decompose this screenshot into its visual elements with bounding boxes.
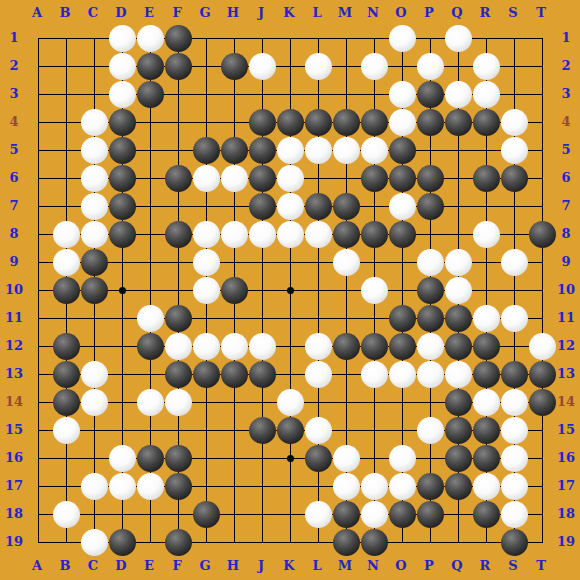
intersection-L12[interactable] — [304, 332, 332, 360]
intersection-A6[interactable] — [24, 164, 52, 192]
intersection-Q1[interactable] — [444, 24, 472, 52]
intersection-C1[interactable] — [80, 24, 108, 52]
intersection-S7[interactable] — [500, 192, 528, 220]
intersection-K7[interactable] — [276, 192, 304, 220]
intersection-R4[interactable] — [472, 108, 500, 136]
intersection-M1[interactable] — [332, 24, 360, 52]
intersection-O13[interactable] — [388, 360, 416, 388]
intersection-O16[interactable] — [388, 444, 416, 472]
intersection-A11[interactable] — [24, 304, 52, 332]
intersection-D5[interactable] — [108, 136, 136, 164]
intersection-R12[interactable] — [472, 332, 500, 360]
intersection-J2[interactable] — [248, 52, 276, 80]
intersection-D19[interactable] — [108, 528, 136, 556]
intersection-G13[interactable] — [192, 360, 220, 388]
intersection-N8[interactable] — [360, 220, 388, 248]
intersection-C14[interactable] — [80, 388, 108, 416]
intersection-N3[interactable] — [360, 80, 388, 108]
go-board[interactable]: ABCDEFGHJKLMNOPQRST ABCDEFGHJKLMNOPQRST … — [0, 0, 580, 580]
intersection-T7[interactable] — [528, 192, 556, 220]
intersection-O15[interactable] — [388, 416, 416, 444]
intersection-F1[interactable] — [164, 24, 192, 52]
intersection-C17[interactable] — [80, 472, 108, 500]
intersection-E5[interactable] — [136, 136, 164, 164]
intersection-H16[interactable] — [220, 444, 248, 472]
intersection-F2[interactable] — [164, 52, 192, 80]
intersection-H15[interactable] — [220, 416, 248, 444]
intersection-C19[interactable] — [80, 528, 108, 556]
intersection-K2[interactable] — [276, 52, 304, 80]
intersection-C3[interactable] — [80, 80, 108, 108]
intersection-B8[interactable] — [52, 220, 80, 248]
intersection-F11[interactable] — [164, 304, 192, 332]
intersection-L5[interactable] — [304, 136, 332, 164]
intersection-F13[interactable] — [164, 360, 192, 388]
intersection-D14[interactable] — [108, 388, 136, 416]
intersection-D12[interactable] — [108, 332, 136, 360]
intersection-H2[interactable] — [220, 52, 248, 80]
intersection-R2[interactable] — [472, 52, 500, 80]
intersection-M19[interactable] — [332, 528, 360, 556]
intersection-D15[interactable] — [108, 416, 136, 444]
intersection-B17[interactable] — [52, 472, 80, 500]
intersection-F19[interactable] — [164, 528, 192, 556]
intersection-F10[interactable] — [164, 276, 192, 304]
intersection-S17[interactable] — [500, 472, 528, 500]
intersection-L16[interactable] — [304, 444, 332, 472]
intersection-J18[interactable] — [248, 500, 276, 528]
intersection-K19[interactable] — [276, 528, 304, 556]
intersection-N10[interactable] — [360, 276, 388, 304]
intersection-N15[interactable] — [360, 416, 388, 444]
intersection-M2[interactable] — [332, 52, 360, 80]
intersection-B2[interactable] — [52, 52, 80, 80]
intersection-Q8[interactable] — [444, 220, 472, 248]
intersection-D18[interactable] — [108, 500, 136, 528]
intersection-Q5[interactable] — [444, 136, 472, 164]
intersection-D11[interactable] — [108, 304, 136, 332]
intersection-S19[interactable] — [500, 528, 528, 556]
intersection-K5[interactable] — [276, 136, 304, 164]
intersection-M6[interactable] — [332, 164, 360, 192]
intersection-J8[interactable] — [248, 220, 276, 248]
intersection-Q11[interactable] — [444, 304, 472, 332]
intersection-D2[interactable] — [108, 52, 136, 80]
intersection-G10[interactable] — [192, 276, 220, 304]
intersection-B15[interactable] — [52, 416, 80, 444]
intersection-Q3[interactable] — [444, 80, 472, 108]
intersection-H18[interactable] — [220, 500, 248, 528]
intersection-A9[interactable] — [24, 248, 52, 276]
intersection-M3[interactable] — [332, 80, 360, 108]
intersection-O1[interactable] — [388, 24, 416, 52]
intersection-D6[interactable] — [108, 164, 136, 192]
intersection-B6[interactable] — [52, 164, 80, 192]
intersection-T16[interactable] — [528, 444, 556, 472]
intersection-E17[interactable] — [136, 472, 164, 500]
intersection-E15[interactable] — [136, 416, 164, 444]
intersection-Q16[interactable] — [444, 444, 472, 472]
intersection-A16[interactable] — [24, 444, 52, 472]
intersection-M12[interactable] — [332, 332, 360, 360]
intersection-J12[interactable] — [248, 332, 276, 360]
intersection-J14[interactable] — [248, 388, 276, 416]
intersection-N5[interactable] — [360, 136, 388, 164]
intersection-M18[interactable] — [332, 500, 360, 528]
intersection-S11[interactable] — [500, 304, 528, 332]
intersection-C7[interactable] — [80, 192, 108, 220]
intersection-E10[interactable] — [136, 276, 164, 304]
intersection-M4[interactable] — [332, 108, 360, 136]
intersection-T6[interactable] — [528, 164, 556, 192]
intersection-C16[interactable] — [80, 444, 108, 472]
intersection-D10[interactable] — [108, 276, 136, 304]
intersection-F14[interactable] — [164, 388, 192, 416]
intersection-F17[interactable] — [164, 472, 192, 500]
intersection-F4[interactable] — [164, 108, 192, 136]
intersection-K8[interactable] — [276, 220, 304, 248]
intersection-E4[interactable] — [136, 108, 164, 136]
intersection-E14[interactable] — [136, 388, 164, 416]
intersection-F3[interactable] — [164, 80, 192, 108]
intersection-O8[interactable] — [388, 220, 416, 248]
intersection-F5[interactable] — [164, 136, 192, 164]
intersection-G3[interactable] — [192, 80, 220, 108]
intersection-K11[interactable] — [276, 304, 304, 332]
intersection-L7[interactable] — [304, 192, 332, 220]
intersection-T3[interactable] — [528, 80, 556, 108]
intersection-S10[interactable] — [500, 276, 528, 304]
intersection-M17[interactable] — [332, 472, 360, 500]
intersection-A1[interactable] — [24, 24, 52, 52]
intersection-L1[interactable] — [304, 24, 332, 52]
intersection-L18[interactable] — [304, 500, 332, 528]
intersection-O12[interactable] — [388, 332, 416, 360]
intersection-H3[interactable] — [220, 80, 248, 108]
intersection-A7[interactable] — [24, 192, 52, 220]
intersection-D9[interactable] — [108, 248, 136, 276]
intersection-S9[interactable] — [500, 248, 528, 276]
intersection-E9[interactable] — [136, 248, 164, 276]
intersection-P2[interactable] — [416, 52, 444, 80]
intersection-H1[interactable] — [220, 24, 248, 52]
intersection-H8[interactable] — [220, 220, 248, 248]
intersection-S3[interactable] — [500, 80, 528, 108]
intersection-M15[interactable] — [332, 416, 360, 444]
intersection-T9[interactable] — [528, 248, 556, 276]
intersection-P5[interactable] — [416, 136, 444, 164]
intersection-S13[interactable] — [500, 360, 528, 388]
intersection-C15[interactable] — [80, 416, 108, 444]
intersection-F15[interactable] — [164, 416, 192, 444]
intersection-N13[interactable] — [360, 360, 388, 388]
intersection-B1[interactable] — [52, 24, 80, 52]
intersection-J5[interactable] — [248, 136, 276, 164]
intersection-L10[interactable] — [304, 276, 332, 304]
intersection-B4[interactable] — [52, 108, 80, 136]
intersection-T19[interactable] — [528, 528, 556, 556]
intersection-A18[interactable] — [24, 500, 52, 528]
intersection-S15[interactable] — [500, 416, 528, 444]
intersection-E19[interactable] — [136, 528, 164, 556]
intersection-H5[interactable] — [220, 136, 248, 164]
intersection-A14[interactable] — [24, 388, 52, 416]
intersection-P7[interactable] — [416, 192, 444, 220]
intersection-K14[interactable] — [276, 388, 304, 416]
intersection-R15[interactable] — [472, 416, 500, 444]
intersection-F18[interactable] — [164, 500, 192, 528]
intersection-T2[interactable] — [528, 52, 556, 80]
intersection-O3[interactable] — [388, 80, 416, 108]
intersection-G14[interactable] — [192, 388, 220, 416]
intersection-P1[interactable] — [416, 24, 444, 52]
intersection-G9[interactable] — [192, 248, 220, 276]
intersection-B18[interactable] — [52, 500, 80, 528]
intersection-M9[interactable] — [332, 248, 360, 276]
intersection-O10[interactable] — [388, 276, 416, 304]
intersection-K4[interactable] — [276, 108, 304, 136]
intersection-F7[interactable] — [164, 192, 192, 220]
intersection-E8[interactable] — [136, 220, 164, 248]
intersection-A19[interactable] — [24, 528, 52, 556]
intersection-A4[interactable] — [24, 108, 52, 136]
intersection-T5[interactable] — [528, 136, 556, 164]
intersection-Q4[interactable] — [444, 108, 472, 136]
intersection-R1[interactable] — [472, 24, 500, 52]
intersection-D17[interactable] — [108, 472, 136, 500]
intersection-M11[interactable] — [332, 304, 360, 332]
intersection-C6[interactable] — [80, 164, 108, 192]
intersection-G6[interactable] — [192, 164, 220, 192]
intersection-G1[interactable] — [192, 24, 220, 52]
intersection-O7[interactable] — [388, 192, 416, 220]
intersection-Q15[interactable] — [444, 416, 472, 444]
intersection-N11[interactable] — [360, 304, 388, 332]
intersection-S1[interactable] — [500, 24, 528, 52]
intersection-N18[interactable] — [360, 500, 388, 528]
intersection-T17[interactable] — [528, 472, 556, 500]
intersection-H6[interactable] — [220, 164, 248, 192]
intersection-E2[interactable] — [136, 52, 164, 80]
intersection-J16[interactable] — [248, 444, 276, 472]
intersection-F9[interactable] — [164, 248, 192, 276]
intersection-A13[interactable] — [24, 360, 52, 388]
intersection-E18[interactable] — [136, 500, 164, 528]
intersection-E6[interactable] — [136, 164, 164, 192]
intersection-L14[interactable] — [304, 388, 332, 416]
intersection-A8[interactable] — [24, 220, 52, 248]
intersection-L13[interactable] — [304, 360, 332, 388]
intersection-C12[interactable] — [80, 332, 108, 360]
intersection-D4[interactable] — [108, 108, 136, 136]
intersection-Q12[interactable] — [444, 332, 472, 360]
intersection-R8[interactable] — [472, 220, 500, 248]
intersection-T12[interactable] — [528, 332, 556, 360]
intersection-M10[interactable] — [332, 276, 360, 304]
intersection-N16[interactable] — [360, 444, 388, 472]
intersection-P14[interactable] — [416, 388, 444, 416]
intersection-B3[interactable] — [52, 80, 80, 108]
intersection-H7[interactable] — [220, 192, 248, 220]
intersection-O4[interactable] — [388, 108, 416, 136]
intersection-S6[interactable] — [500, 164, 528, 192]
intersection-G19[interactable] — [192, 528, 220, 556]
intersection-H4[interactable] — [220, 108, 248, 136]
intersection-S8[interactable] — [500, 220, 528, 248]
intersection-L8[interactable] — [304, 220, 332, 248]
intersection-K1[interactable] — [276, 24, 304, 52]
intersection-K16[interactable] — [276, 444, 304, 472]
intersection-D8[interactable] — [108, 220, 136, 248]
intersection-O2[interactable] — [388, 52, 416, 80]
intersection-R3[interactable] — [472, 80, 500, 108]
intersection-J11[interactable] — [248, 304, 276, 332]
intersection-B19[interactable] — [52, 528, 80, 556]
intersection-J7[interactable] — [248, 192, 276, 220]
intersection-C9[interactable] — [80, 248, 108, 276]
intersection-O18[interactable] — [388, 500, 416, 528]
intersection-M16[interactable] — [332, 444, 360, 472]
intersection-G18[interactable] — [192, 500, 220, 528]
intersection-S5[interactable] — [500, 136, 528, 164]
intersection-P11[interactable] — [416, 304, 444, 332]
intersection-L4[interactable] — [304, 108, 332, 136]
intersection-Q18[interactable] — [444, 500, 472, 528]
intersection-H13[interactable] — [220, 360, 248, 388]
intersection-G8[interactable] — [192, 220, 220, 248]
intersection-C18[interactable] — [80, 500, 108, 528]
intersection-O9[interactable] — [388, 248, 416, 276]
intersection-N7[interactable] — [360, 192, 388, 220]
intersection-E3[interactable] — [136, 80, 164, 108]
intersection-B13[interactable] — [52, 360, 80, 388]
intersection-T18[interactable] — [528, 500, 556, 528]
intersection-G2[interactable] — [192, 52, 220, 80]
intersection-A17[interactable] — [24, 472, 52, 500]
intersection-J3[interactable] — [248, 80, 276, 108]
intersection-P18[interactable] — [416, 500, 444, 528]
intersection-P16[interactable] — [416, 444, 444, 472]
intersection-T13[interactable] — [528, 360, 556, 388]
intersection-O6[interactable] — [388, 164, 416, 192]
intersection-L17[interactable] — [304, 472, 332, 500]
intersection-R9[interactable] — [472, 248, 500, 276]
intersection-N9[interactable] — [360, 248, 388, 276]
intersection-P3[interactable] — [416, 80, 444, 108]
intersection-M8[interactable] — [332, 220, 360, 248]
intersection-Q14[interactable] — [444, 388, 472, 416]
intersection-K12[interactable] — [276, 332, 304, 360]
intersection-E7[interactable] — [136, 192, 164, 220]
intersection-K15[interactable] — [276, 416, 304, 444]
intersection-R7[interactable] — [472, 192, 500, 220]
intersection-B9[interactable] — [52, 248, 80, 276]
intersection-E16[interactable] — [136, 444, 164, 472]
intersection-B16[interactable] — [52, 444, 80, 472]
intersection-T4[interactable] — [528, 108, 556, 136]
intersection-P8[interactable] — [416, 220, 444, 248]
intersection-Q2[interactable] — [444, 52, 472, 80]
intersection-R18[interactable] — [472, 500, 500, 528]
intersection-J9[interactable] — [248, 248, 276, 276]
intersection-J6[interactable] — [248, 164, 276, 192]
intersection-M14[interactable] — [332, 388, 360, 416]
intersection-Q9[interactable] — [444, 248, 472, 276]
intersection-S12[interactable] — [500, 332, 528, 360]
intersection-J10[interactable] — [248, 276, 276, 304]
intersection-P19[interactable] — [416, 528, 444, 556]
intersection-G5[interactable] — [192, 136, 220, 164]
intersection-B12[interactable] — [52, 332, 80, 360]
intersection-P12[interactable] — [416, 332, 444, 360]
intersection-N4[interactable] — [360, 108, 388, 136]
intersection-L15[interactable] — [304, 416, 332, 444]
intersection-Q6[interactable] — [444, 164, 472, 192]
intersection-O19[interactable] — [388, 528, 416, 556]
intersection-P17[interactable] — [416, 472, 444, 500]
intersection-S16[interactable] — [500, 444, 528, 472]
intersection-N19[interactable] — [360, 528, 388, 556]
intersection-K3[interactable] — [276, 80, 304, 108]
intersection-M13[interactable] — [332, 360, 360, 388]
intersection-T14[interactable] — [528, 388, 556, 416]
intersection-N1[interactable] — [360, 24, 388, 52]
intersection-K13[interactable] — [276, 360, 304, 388]
intersection-B14[interactable] — [52, 388, 80, 416]
intersection-J17[interactable] — [248, 472, 276, 500]
intersection-Q7[interactable] — [444, 192, 472, 220]
intersection-S4[interactable] — [500, 108, 528, 136]
intersection-C2[interactable] — [80, 52, 108, 80]
intersection-O17[interactable] — [388, 472, 416, 500]
intersection-J15[interactable] — [248, 416, 276, 444]
intersection-M7[interactable] — [332, 192, 360, 220]
intersection-G7[interactable] — [192, 192, 220, 220]
intersection-G16[interactable] — [192, 444, 220, 472]
intersection-D13[interactable] — [108, 360, 136, 388]
intersection-O5[interactable] — [388, 136, 416, 164]
intersection-J19[interactable] — [248, 528, 276, 556]
intersection-C13[interactable] — [80, 360, 108, 388]
intersection-S2[interactable] — [500, 52, 528, 80]
intersection-J1[interactable] — [248, 24, 276, 52]
intersection-T1[interactable] — [528, 24, 556, 52]
intersection-R6[interactable] — [472, 164, 500, 192]
intersection-P6[interactable] — [416, 164, 444, 192]
intersection-L2[interactable] — [304, 52, 332, 80]
intersection-K9[interactable] — [276, 248, 304, 276]
intersection-F12[interactable] — [164, 332, 192, 360]
intersection-A5[interactable] — [24, 136, 52, 164]
intersection-Q19[interactable] — [444, 528, 472, 556]
intersection-A10[interactable] — [24, 276, 52, 304]
intersection-E1[interactable] — [136, 24, 164, 52]
intersection-D7[interactable] — [108, 192, 136, 220]
intersection-B10[interactable] — [52, 276, 80, 304]
intersection-P4[interactable] — [416, 108, 444, 136]
intersection-R16[interactable] — [472, 444, 500, 472]
intersection-G4[interactable] — [192, 108, 220, 136]
intersection-T10[interactable] — [528, 276, 556, 304]
intersection-Q10[interactable] — [444, 276, 472, 304]
intersection-O11[interactable] — [388, 304, 416, 332]
intersection-K10[interactable] — [276, 276, 304, 304]
intersection-Q13[interactable] — [444, 360, 472, 388]
intersection-B7[interactable] — [52, 192, 80, 220]
intersection-A2[interactable] — [24, 52, 52, 80]
intersection-H17[interactable] — [220, 472, 248, 500]
intersection-B5[interactable] — [52, 136, 80, 164]
